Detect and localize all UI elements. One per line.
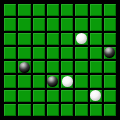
- board-cell-g3[interactable]: [90, 33, 102, 45]
- board-cell-h4[interactable]: [104, 47, 116, 59]
- board-cell-f6[interactable]: [75, 75, 87, 87]
- board-cell-d4[interactable]: [47, 47, 59, 59]
- board-cell-b3[interactable]: [18, 33, 30, 45]
- board-cell-b4[interactable]: [18, 47, 30, 59]
- board-cell-a5[interactable]: [4, 61, 16, 73]
- board-cell-b7[interactable]: [18, 90, 30, 102]
- board-cell-d5[interactable]: [47, 61, 59, 73]
- board-cell-b6[interactable]: [18, 75, 30, 87]
- board-cell-c3[interactable]: [33, 33, 45, 45]
- white-disc: [76, 33, 87, 44]
- board-cell-g7[interactable]: [90, 90, 102, 102]
- board-cell-h8[interactable]: [104, 104, 116, 116]
- black-disc: [19, 62, 30, 73]
- board-cell-a4[interactable]: [4, 47, 16, 59]
- black-disc: [47, 76, 58, 87]
- board-cell-f4[interactable]: [75, 47, 87, 59]
- board-cell-d8[interactable]: [47, 104, 59, 116]
- board-cell-e7[interactable]: [61, 90, 73, 102]
- board-cell-h3[interactable]: [104, 33, 116, 45]
- board-cell-h5[interactable]: [104, 61, 116, 73]
- board-cell-d7[interactable]: [47, 90, 59, 102]
- board-cell-g2[interactable]: [90, 18, 102, 30]
- board-cell-b8[interactable]: [18, 104, 30, 116]
- board-cell-e8[interactable]: [61, 104, 73, 116]
- board-cell-c2[interactable]: [33, 18, 45, 30]
- board-cell-f7[interactable]: [75, 90, 87, 102]
- board-cell-e2[interactable]: [61, 18, 73, 30]
- board-cell-c1[interactable]: [33, 4, 45, 16]
- black-disc: [104, 47, 115, 58]
- board-cell-f1[interactable]: [75, 4, 87, 16]
- board-cell-d2[interactable]: [47, 18, 59, 30]
- board-cell-c4[interactable]: [33, 47, 45, 59]
- white-disc: [90, 90, 101, 101]
- board-cell-e5[interactable]: [61, 61, 73, 73]
- board-cell-a7[interactable]: [4, 90, 16, 102]
- board-cell-a8[interactable]: [4, 104, 16, 116]
- board-cell-g6[interactable]: [90, 75, 102, 87]
- board-cell-h6[interactable]: [104, 75, 116, 87]
- board-cell-c7[interactable]: [33, 90, 45, 102]
- board-cell-f5[interactable]: [75, 61, 87, 73]
- board-cell-b1[interactable]: [18, 4, 30, 16]
- board-cell-a2[interactable]: [4, 18, 16, 30]
- board-cell-h7[interactable]: [104, 90, 116, 102]
- board-cell-f8[interactable]: [75, 104, 87, 116]
- board-cell-f2[interactable]: [75, 18, 87, 30]
- board-cell-c8[interactable]: [33, 104, 45, 116]
- board-cell-h2[interactable]: [104, 18, 116, 30]
- board-cell-d6[interactable]: [47, 75, 59, 87]
- board-cell-b5[interactable]: [18, 61, 30, 73]
- othello-board: [0, 0, 120, 120]
- board-cell-c6[interactable]: [33, 75, 45, 87]
- board-cell-g5[interactable]: [90, 61, 102, 73]
- board-cell-e4[interactable]: [61, 47, 73, 59]
- white-disc: [62, 76, 73, 87]
- board-cell-h1[interactable]: [104, 4, 116, 16]
- board-cell-d3[interactable]: [47, 33, 59, 45]
- board-cell-g1[interactable]: [90, 4, 102, 16]
- board-cell-e6[interactable]: [61, 75, 73, 87]
- board-cell-c5[interactable]: [33, 61, 45, 73]
- board-cell-f3[interactable]: [75, 33, 87, 45]
- board-cell-e3[interactable]: [61, 33, 73, 45]
- board-cell-b2[interactable]: [18, 18, 30, 30]
- board-cell-a6[interactable]: [4, 75, 16, 87]
- board-cell-a1[interactable]: [4, 4, 16, 16]
- board-cell-d1[interactable]: [47, 4, 59, 16]
- board-cell-g4[interactable]: [90, 47, 102, 59]
- board-cell-g8[interactable]: [90, 104, 102, 116]
- board-cell-a3[interactable]: [4, 33, 16, 45]
- board-cell-e1[interactable]: [61, 4, 73, 16]
